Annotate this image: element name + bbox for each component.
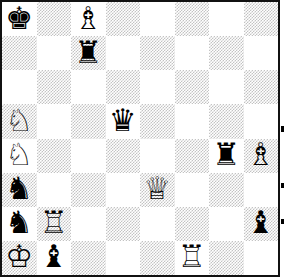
chess-diagram: ♚♗♜♘♛♘♜♗♞♕♞♖♝♔♝♖ — [0, 0, 284, 279]
square-c1[interactable] — [71, 241, 106, 275]
square-e1[interactable] — [140, 241, 175, 275]
square-e7[interactable] — [140, 36, 175, 70]
cropped-ink-artifact-2 — [281, 183, 284, 188]
square-g6[interactable] — [209, 70, 244, 104]
square-d6[interactable] — [106, 70, 141, 104]
square-a7[interactable] — [2, 36, 37, 70]
piece-white-knight: ♘ — [5, 139, 33, 170]
square-f8[interactable] — [175, 2, 210, 36]
square-d7[interactable] — [106, 36, 141, 70]
square-g1[interactable] — [209, 241, 244, 275]
square-e6[interactable] — [140, 70, 175, 104]
square-d1[interactable] — [106, 241, 141, 275]
square-h3[interactable] — [244, 173, 279, 207]
square-a4[interactable]: ♘ — [2, 139, 37, 173]
square-c3[interactable] — [71, 173, 106, 207]
square-a3[interactable]: ♞ — [2, 173, 37, 207]
piece-black-knight: ♞ — [5, 207, 33, 238]
square-a2[interactable]: ♞ — [2, 207, 37, 241]
piece-white-knight: ♘ — [5, 105, 33, 136]
piece-white-rook: ♖ — [40, 207, 68, 238]
square-b7[interactable] — [37, 36, 72, 70]
square-g5[interactable] — [209, 104, 244, 138]
square-h1[interactable] — [244, 241, 279, 275]
square-e2[interactable] — [140, 207, 175, 241]
square-c4[interactable] — [71, 139, 106, 173]
square-b2[interactable]: ♖ — [37, 207, 72, 241]
piece-black-bishop: ♝ — [40, 241, 68, 272]
square-a6[interactable] — [2, 70, 37, 104]
square-a1[interactable]: ♔ — [2, 241, 37, 275]
square-b3[interactable] — [37, 173, 72, 207]
square-h8[interactable] — [244, 2, 279, 36]
square-g8[interactable] — [209, 2, 244, 36]
square-f1[interactable]: ♖ — [175, 241, 210, 275]
square-f6[interactable] — [175, 70, 210, 104]
chess-board: ♚♗♜♘♛♘♜♗♞♕♞♖♝♔♝♖ — [0, 0, 280, 277]
square-c2[interactable] — [71, 207, 106, 241]
square-b6[interactable] — [37, 70, 72, 104]
square-g4[interactable]: ♜ — [209, 139, 244, 173]
square-f5[interactable] — [175, 104, 210, 138]
square-b4[interactable] — [37, 139, 72, 173]
square-e4[interactable] — [140, 139, 175, 173]
piece-black-rook: ♜ — [212, 139, 240, 170]
square-f2[interactable] — [175, 207, 210, 241]
piece-white-bishop: ♗ — [247, 139, 275, 170]
piece-white-bishop: ♗ — [74, 3, 102, 34]
square-d2[interactable] — [106, 207, 141, 241]
square-e3[interactable]: ♕ — [140, 173, 175, 207]
square-b1[interactable]: ♝ — [37, 241, 72, 275]
square-h5[interactable] — [244, 104, 279, 138]
square-g2[interactable] — [209, 207, 244, 241]
piece-black-knight: ♞ — [5, 173, 33, 204]
square-d4[interactable] — [106, 139, 141, 173]
piece-black-queen: ♛ — [109, 105, 137, 136]
square-b8[interactable] — [37, 2, 72, 36]
piece-black-king: ♚ — [5, 3, 33, 34]
square-a8[interactable]: ♚ — [2, 2, 37, 36]
square-h2[interactable]: ♝ — [244, 207, 279, 241]
piece-black-rook: ♜ — [74, 37, 102, 68]
square-c8[interactable]: ♗ — [71, 2, 106, 36]
square-c7[interactable]: ♜ — [71, 36, 106, 70]
square-f4[interactable] — [175, 139, 210, 173]
square-e8[interactable] — [140, 2, 175, 36]
square-d3[interactable] — [106, 173, 141, 207]
square-b5[interactable] — [37, 104, 72, 138]
square-f3[interactable] — [175, 173, 210, 207]
square-c5[interactable] — [71, 104, 106, 138]
square-g3[interactable] — [209, 173, 244, 207]
square-a5[interactable]: ♘ — [2, 104, 37, 138]
square-g7[interactable] — [209, 36, 244, 70]
square-e5[interactable] — [140, 104, 175, 138]
cropped-ink-artifact-3 — [281, 219, 284, 224]
square-d5[interactable]: ♛ — [106, 104, 141, 138]
square-c6[interactable] — [71, 70, 106, 104]
piece-white-rook: ♖ — [178, 241, 206, 272]
square-h6[interactable] — [244, 70, 279, 104]
square-f7[interactable] — [175, 36, 210, 70]
piece-white-queen: ♕ — [143, 173, 171, 204]
square-d8[interactable] — [106, 2, 141, 36]
square-h4[interactable]: ♗ — [244, 139, 279, 173]
piece-white-king: ♔ — [5, 241, 33, 272]
square-h7[interactable] — [244, 36, 279, 70]
piece-black-bishop: ♝ — [247, 207, 275, 238]
cropped-ink-artifact-1 — [281, 126, 284, 132]
